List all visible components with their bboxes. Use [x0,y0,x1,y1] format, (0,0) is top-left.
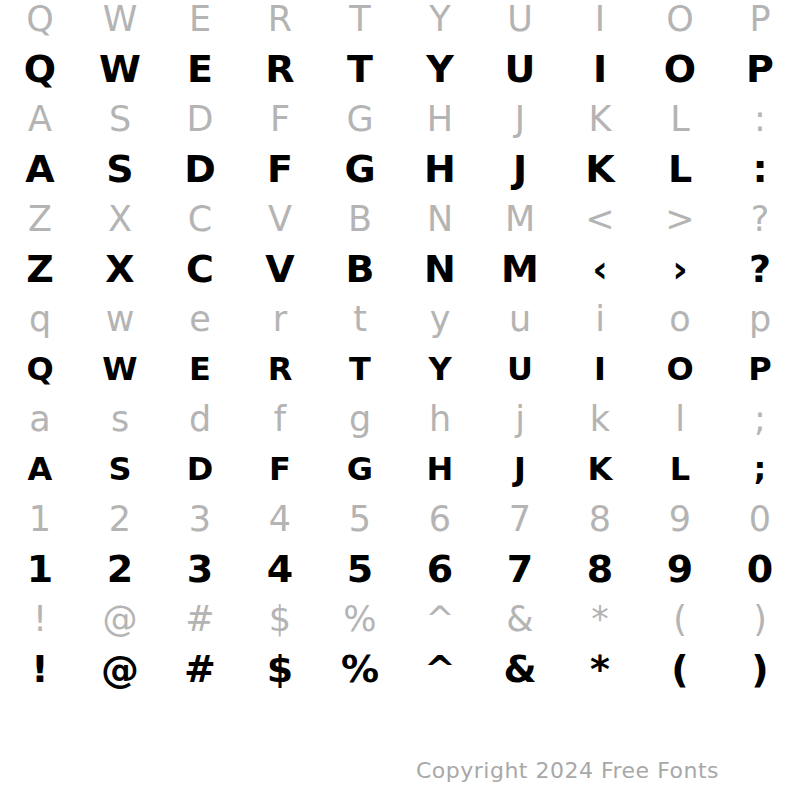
glyph-char-cell: K [560,453,640,485]
glyph-char-cell: H [400,150,480,188]
reference-row: 1234567890 [0,500,800,542]
glyph-char-cell: 2 [80,550,160,588]
glyph-char-cell: Y [400,50,480,88]
reference-char-cell: G [320,102,400,137]
glyph-char-cell: ; [720,453,800,485]
glyph-char-cell: 8 [560,550,640,588]
reference-char-cell: t [320,302,400,337]
reference-char-cell: < [560,202,640,237]
reference-char-cell: A [0,102,80,137]
reference-char-cell: M [480,202,560,237]
reference-char-cell: * [560,602,640,637]
reference-char-cell: k [560,402,640,437]
glyph-char-cell: B [320,250,400,288]
character-band: QWERTYUIOPQWERTYUIOP [0,0,800,100]
reference-char-cell: 8 [560,502,640,537]
reference-char-cell: R [240,2,320,37]
reference-char-cell: g [320,402,400,437]
glyph-char-cell: 4 [240,550,320,588]
glyph-row: ASDFGHJKL; [0,442,800,500]
glyph-char-cell: P [720,353,800,385]
reference-char-cell: q [0,302,80,337]
glyph-char-cell: U [480,50,560,88]
glyph-char-cell: J [480,150,560,188]
glyph-char-cell: K [560,150,640,188]
glyph-char-cell: J [480,453,560,485]
glyph-char-cell: T [320,353,400,385]
reference-char-cell: > [640,202,720,237]
glyph-char-cell: Z [0,250,80,288]
glyph-char-cell: : [720,150,800,188]
glyph-char-cell: W [80,353,160,385]
reference-char-cell: @ [80,602,160,637]
reference-char-cell: ^ [400,602,480,637]
glyph-char-cell: E [160,353,240,385]
glyph-char-cell: X [80,250,160,288]
reference-char-cell: h [400,402,480,437]
character-band: ASDFGHJKL:ASDFGHJKL: [0,100,800,200]
glyph-char-cell: L [640,453,720,485]
reference-char-cell: 7 [480,502,560,537]
font-specimen-sheet: QWERTYUIOPQWERTYUIOPASDFGHJKL:ASDFGHJKL:… [0,0,800,800]
reference-char-cell: Q [0,2,80,37]
reference-char-cell: C [160,202,240,237]
reference-char-cell: d [160,402,240,437]
glyph-char-cell: V [240,250,320,288]
glyph-char-cell: S [80,150,160,188]
glyph-char-cell: ( [640,650,720,688]
reference-char-cell: H [400,102,480,137]
reference-char-cell: ? [720,202,800,237]
glyph-row: QWERTYUIOP [0,42,800,100]
character-band: 12345678901234567890 [0,500,800,600]
reference-char-cell: 3 [160,502,240,537]
glyph-char-cell: T [320,50,400,88]
reference-char-cell: O [640,2,720,37]
glyph-char-cell: # [160,650,240,688]
glyph-char-cell: G [320,150,400,188]
glyph-row: ASDFGHJKL: [0,142,800,200]
reference-char-cell: I [560,2,640,37]
reference-char-cell: F [240,102,320,137]
glyph-char-cell: 6 [400,550,480,588]
reference-char-cell: s [80,402,160,437]
glyph-char-cell: ? [720,250,800,288]
reference-char-cell: f [240,402,320,437]
reference-char-cell: w [80,302,160,337]
reference-char-cell: D [160,102,240,137]
character-band: qwertyuiopQWERTYUIOP [0,300,800,400]
glyph-char-cell: ^ [400,650,480,688]
glyph-char-cell: 1 [0,550,80,588]
reference-char-cell: : [720,102,800,137]
glyph-char-cell: S [80,453,160,485]
glyph-char-cell: ) [720,650,800,688]
character-grid: QWERTYUIOPQWERTYUIOPASDFGHJKL:ASDFGHJKL:… [0,0,800,700]
reference-char-cell: ; [720,402,800,437]
glyph-char-cell: $ [240,650,320,688]
reference-char-cell: r [240,302,320,337]
glyph-char-cell: A [0,453,80,485]
glyph-char-cell: L [640,150,720,188]
glyph-char-cell: P [720,50,800,88]
reference-char-cell: p [720,302,800,337]
glyph-row: QWERTYUIOP [0,342,800,400]
reference-char-cell: 0 [720,502,800,537]
glyph-char-cell: 3 [160,550,240,588]
glyph-char-cell: I [560,353,640,385]
reference-char-cell: W [80,2,160,37]
glyph-char-cell: W [80,50,160,88]
reference-char-cell: L [640,102,720,137]
reference-char-cell: j [480,402,560,437]
glyph-char-cell: F [240,150,320,188]
reference-char-cell: S [80,102,160,137]
reference-char-cell: # [160,602,240,637]
character-band: !@#$%^&*()!@#$%^&*() [0,600,800,700]
glyph-char-cell: Y [400,353,480,385]
reference-char-cell: a [0,402,80,437]
reference-row: ASDFGHJKL: [0,100,800,142]
copyright-notice: Copyright 2024 Free Fonts [0,758,719,783]
reference-char-cell: X [80,202,160,237]
reference-char-cell: $ [240,602,320,637]
glyph-char-cell: D [160,150,240,188]
reference-char-cell: 6 [400,502,480,537]
reference-char-cell: 9 [640,502,720,537]
glyph-char-cell: C [160,250,240,288]
reference-char-cell: & [480,602,560,637]
reference-char-cell: % [320,602,400,637]
reference-char-cell: T [320,2,400,37]
character-band: ZXCVBNM<>?ZXCVBNM‹›? [0,200,800,300]
glyph-row: ZXCVBNM‹›? [0,242,800,300]
glyph-char-cell: 9 [640,550,720,588]
reference-row: qwertyuiop [0,300,800,342]
reference-row: ZXCVBNM<>? [0,200,800,242]
reference-char-cell: ( [640,602,720,637]
glyph-char-cell: E [160,50,240,88]
glyph-char-cell: A [0,150,80,188]
glyph-char-cell: Q [0,50,80,88]
glyph-char-cell: @ [80,650,160,688]
glyph-char-cell: N [400,250,480,288]
glyph-char-cell: G [320,453,400,485]
reference-char-cell: i [560,302,640,337]
glyph-row: 1234567890 [0,542,800,600]
reference-char-cell: y [400,302,480,337]
glyph-char-cell: 7 [480,550,560,588]
reference-row: !@#$%^&*() [0,600,800,642]
reference-char-cell: N [400,202,480,237]
reference-char-cell: ) [720,602,800,637]
glyph-char-cell: * [560,650,640,688]
glyph-row: !@#$%^&*() [0,642,800,700]
glyph-char-cell: › [640,250,720,288]
reference-char-cell: o [640,302,720,337]
character-band: asdfghjkl;ASDFGHJKL; [0,400,800,500]
reference-row: QWERTYUIOP [0,0,800,42]
glyph-char-cell: F [240,453,320,485]
reference-char-cell: Y [400,2,480,37]
glyph-char-cell: % [320,650,400,688]
reference-char-cell: 1 [0,502,80,537]
glyph-char-cell: O [640,50,720,88]
reference-char-cell: V [240,202,320,237]
reference-char-cell: U [480,2,560,37]
glyph-char-cell: ‹ [560,250,640,288]
glyph-char-cell: H [400,453,480,485]
glyph-char-cell: 0 [720,550,800,588]
reference-char-cell: K [560,102,640,137]
reference-char-cell: J [480,102,560,137]
glyph-char-cell: I [560,50,640,88]
reference-char-cell: B [320,202,400,237]
reference-char-cell: P [720,2,800,37]
reference-char-cell: l [640,402,720,437]
reference-char-cell: u [480,302,560,337]
glyph-char-cell: R [240,353,320,385]
reference-row: asdfghjkl; [0,400,800,442]
glyph-char-cell: & [480,650,560,688]
glyph-char-cell: M [480,250,560,288]
reference-char-cell: ! [0,602,80,637]
reference-char-cell: Z [0,202,80,237]
reference-char-cell: E [160,2,240,37]
glyph-char-cell: D [160,453,240,485]
reference-char-cell: 4 [240,502,320,537]
reference-char-cell: 2 [80,502,160,537]
glyph-char-cell: 5 [320,550,400,588]
reference-char-cell: e [160,302,240,337]
glyph-char-cell: Q [0,353,80,385]
glyph-char-cell: U [480,353,560,385]
glyph-char-cell: ! [0,650,80,688]
glyph-char-cell: O [640,353,720,385]
reference-char-cell: 5 [320,502,400,537]
glyph-char-cell: R [240,50,320,88]
